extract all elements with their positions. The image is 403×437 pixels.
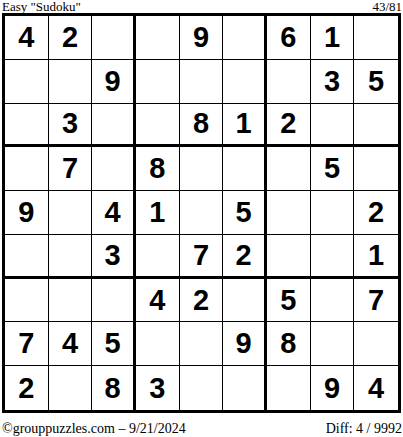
cell-r4c5[interactable] (180, 147, 224, 191)
cell-r4c2: 7 (49, 147, 93, 191)
cell-r5c3: 4 (92, 191, 136, 235)
cell-r9c4: 3 (136, 366, 180, 410)
cell-r9c5[interactable] (180, 366, 224, 410)
cell-r4c4: 8 (136, 147, 180, 191)
cell-r7c6[interactable] (223, 279, 267, 323)
cell-r1c2: 2 (49, 16, 93, 60)
cell-r5c5[interactable] (180, 191, 224, 235)
cell-r8c4[interactable] (136, 322, 180, 366)
cell-r6c7[interactable] (267, 235, 311, 279)
cell-r4c9[interactable] (354, 147, 398, 191)
cell-r3c5: 8 (180, 104, 224, 148)
cell-r4c1[interactable] (5, 147, 49, 191)
cell-r4c6[interactable] (223, 147, 267, 191)
cell-r2c9: 5 (354, 60, 398, 104)
footer: ©grouppuzzles.com – 9/21/2024 Diff: 4 / … (0, 421, 403, 436)
cell-r2c4[interactable] (136, 60, 180, 104)
sudoku-grid: 42961935381278594152372142577459828394 (2, 13, 401, 413)
cell-r6c9: 1 (354, 235, 398, 279)
cell-r2c8: 3 (311, 60, 355, 104)
puzzle-page: Easy "Sudoku" 43/81 42961935381278594152… (0, 0, 403, 437)
cell-r3c6: 1 (223, 104, 267, 148)
cell-r2c2[interactable] (49, 60, 93, 104)
cell-r9c2[interactable] (49, 366, 93, 410)
cell-r1c1: 4 (5, 16, 49, 60)
cell-r2c3: 9 (92, 60, 136, 104)
cell-r1c4[interactable] (136, 16, 180, 60)
header: Easy "Sudoku" 43/81 (0, 0, 403, 13)
cell-r1c6[interactable] (223, 16, 267, 60)
cell-r5c1: 9 (5, 191, 49, 235)
cell-r7c7: 5 (267, 279, 311, 323)
cell-r9c6[interactable] (223, 366, 267, 410)
cell-r6c8[interactable] (311, 235, 355, 279)
cell-r5c7[interactable] (267, 191, 311, 235)
footer-difficulty: Diff: 4 / 9992 (326, 421, 402, 436)
cell-r9c7[interactable] (267, 366, 311, 410)
cell-r6c3: 3 (92, 235, 136, 279)
cell-counter: 43/81 (372, 0, 402, 13)
cell-r7c8[interactable] (311, 279, 355, 323)
cell-r8c7: 8 (267, 322, 311, 366)
cell-r7c5: 2 (180, 279, 224, 323)
cell-r5c4: 1 (136, 191, 180, 235)
cell-r7c2[interactable] (49, 279, 93, 323)
cell-r5c2[interactable] (49, 191, 93, 235)
cell-r6c5: 7 (180, 235, 224, 279)
cell-r9c9: 4 (354, 366, 398, 410)
cell-r7c4: 4 (136, 279, 180, 323)
cell-r5c6: 5 (223, 191, 267, 235)
cell-r2c5[interactable] (180, 60, 224, 104)
cell-r7c1[interactable] (5, 279, 49, 323)
cell-r8c1: 7 (5, 322, 49, 366)
cell-r2c7[interactable] (267, 60, 311, 104)
cell-r4c3[interactable] (92, 147, 136, 191)
cell-r3c4[interactable] (136, 104, 180, 148)
cell-r8c2: 4 (49, 322, 93, 366)
cell-r4c7[interactable] (267, 147, 311, 191)
page-title: Easy "Sudoku" (2, 0, 81, 13)
cell-r1c9[interactable] (354, 16, 398, 60)
cell-r7c9: 7 (354, 279, 398, 323)
cell-r1c5: 9 (180, 16, 224, 60)
cell-r8c5[interactable] (180, 322, 224, 366)
cell-r9c8: 9 (311, 366, 355, 410)
cell-r6c2[interactable] (49, 235, 93, 279)
cell-r3c7: 2 (267, 104, 311, 148)
cell-r6c6: 2 (223, 235, 267, 279)
cell-r5c9: 2 (354, 191, 398, 235)
cell-r8c9[interactable] (354, 322, 398, 366)
cell-r3c8[interactable] (311, 104, 355, 148)
cell-r3c3[interactable] (92, 104, 136, 148)
cell-r4c8: 5 (311, 147, 355, 191)
cell-r1c3[interactable] (92, 16, 136, 60)
cell-r1c8: 1 (311, 16, 355, 60)
cell-r9c1: 2 (5, 366, 49, 410)
footer-copyright: ©grouppuzzles.com – 9/21/2024 (2, 421, 186, 436)
cell-r5c8[interactable] (311, 191, 355, 235)
cell-r1c7: 6 (267, 16, 311, 60)
cell-r8c8[interactable] (311, 322, 355, 366)
cell-r8c3: 5 (92, 322, 136, 366)
cell-r6c1[interactable] (5, 235, 49, 279)
cell-r9c3: 8 (92, 366, 136, 410)
cell-r3c9[interactable] (354, 104, 398, 148)
cell-r8c6: 9 (223, 322, 267, 366)
cell-r2c6[interactable] (223, 60, 267, 104)
cell-r6c4[interactable] (136, 235, 180, 279)
cell-r2c1[interactable] (5, 60, 49, 104)
cell-r3c2: 3 (49, 104, 93, 148)
cell-r7c3[interactable] (92, 279, 136, 323)
cell-r3c1[interactable] (5, 104, 49, 148)
